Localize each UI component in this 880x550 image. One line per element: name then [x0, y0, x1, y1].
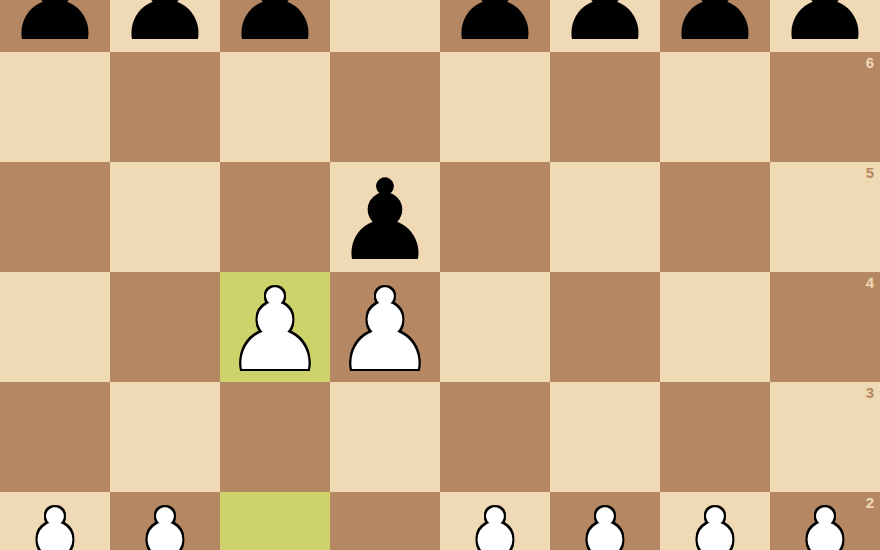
square-f3[interactable] — [550, 382, 660, 492]
square-e3[interactable] — [440, 382, 550, 492]
square-c2[interactable] — [220, 492, 330, 550]
square-g7[interactable]: ♟ — [660, 0, 770, 52]
square-f5[interactable] — [550, 162, 660, 272]
white-pawn-icon[interactable]: ♟ — [665, 495, 765, 550]
rank-label-3: 3 — [866, 385, 874, 400]
square-g6[interactable] — [660, 52, 770, 162]
square-h5[interactable]: 5 — [770, 162, 880, 272]
square-b5[interactable] — [110, 162, 220, 272]
square-b7[interactable]: ♟ — [110, 0, 220, 52]
chess-board[interactable]: ♟♟♟♟♟♟♟6♟5♟♟43♟♟♟♟♟♟2 — [0, 0, 880, 550]
square-d3[interactable] — [330, 382, 440, 492]
white-pawn-icon[interactable]: ♟ — [225, 275, 325, 385]
square-b4[interactable] — [110, 272, 220, 382]
square-c7[interactable]: ♟ — [220, 0, 330, 52]
square-e5[interactable] — [440, 162, 550, 272]
square-d4[interactable]: ♟ — [330, 272, 440, 382]
black-pawn-icon[interactable]: ♟ — [775, 0, 875, 55]
white-pawn-icon[interactable]: ♟ — [445, 495, 545, 550]
board-viewport: ♟♟♟♟♟♟♟6♟5♟♟43♟♟♟♟♟♟2 — [0, 0, 880, 550]
square-f7[interactable]: ♟ — [550, 0, 660, 52]
rank-label-2: 2 — [866, 495, 874, 510]
square-e6[interactable] — [440, 52, 550, 162]
square-b2[interactable]: ♟ — [110, 492, 220, 550]
rank-label-4: 4 — [866, 275, 874, 290]
white-pawn-icon[interactable]: ♟ — [555, 495, 655, 550]
square-b6[interactable] — [110, 52, 220, 162]
square-f4[interactable] — [550, 272, 660, 382]
square-d5[interactable]: ♟ — [330, 162, 440, 272]
black-pawn-icon[interactable]: ♟ — [555, 0, 655, 55]
white-pawn-icon[interactable]: ♟ — [775, 495, 875, 550]
square-f2[interactable]: ♟ — [550, 492, 660, 550]
square-e4[interactable] — [440, 272, 550, 382]
black-pawn-icon[interactable]: ♟ — [335, 165, 435, 275]
rank-label-6: 6 — [866, 55, 874, 70]
black-pawn-icon[interactable]: ♟ — [5, 0, 105, 55]
square-h7[interactable]: ♟ — [770, 0, 880, 52]
square-d7[interactable] — [330, 0, 440, 52]
white-pawn-icon[interactable]: ♟ — [335, 275, 435, 385]
square-h2[interactable]: ♟2 — [770, 492, 880, 550]
white-pawn-icon[interactable]: ♟ — [5, 495, 105, 550]
square-a6[interactable] — [0, 52, 110, 162]
square-c5[interactable] — [220, 162, 330, 272]
white-pawn-icon[interactable]: ♟ — [115, 495, 215, 550]
square-d6[interactable] — [330, 52, 440, 162]
square-h4[interactable]: 4 — [770, 272, 880, 382]
rank-label-5: 5 — [866, 165, 874, 180]
square-a2[interactable]: ♟ — [0, 492, 110, 550]
square-c4[interactable]: ♟ — [220, 272, 330, 382]
square-h6[interactable]: 6 — [770, 52, 880, 162]
square-g3[interactable] — [660, 382, 770, 492]
square-e7[interactable]: ♟ — [440, 0, 550, 52]
square-c6[interactable] — [220, 52, 330, 162]
square-b3[interactable] — [110, 382, 220, 492]
square-h3[interactable]: 3 — [770, 382, 880, 492]
square-a5[interactable] — [0, 162, 110, 272]
square-g4[interactable] — [660, 272, 770, 382]
square-a4[interactable] — [0, 272, 110, 382]
square-f6[interactable] — [550, 52, 660, 162]
square-d2[interactable] — [330, 492, 440, 550]
square-c3[interactable] — [220, 382, 330, 492]
square-g2[interactable]: ♟ — [660, 492, 770, 550]
square-g5[interactable] — [660, 162, 770, 272]
black-pawn-icon[interactable]: ♟ — [115, 0, 215, 55]
black-pawn-icon[interactable]: ♟ — [225, 0, 325, 55]
square-e2[interactable]: ♟ — [440, 492, 550, 550]
black-pawn-icon[interactable]: ♟ — [445, 0, 545, 55]
square-a3[interactable] — [0, 382, 110, 492]
black-pawn-icon[interactable]: ♟ — [665, 0, 765, 55]
square-a7[interactable]: ♟ — [0, 0, 110, 52]
